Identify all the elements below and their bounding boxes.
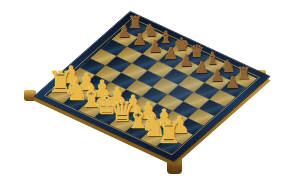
piece-bp-d7[interactable]: ♟ [179,53,194,70]
piece-bp-g7[interactable]: ♟ [132,32,147,49]
piece-bp-h7[interactable]: ♟ [117,24,132,41]
piece-bp-f7[interactable]: ♟ [148,39,163,56]
chess-set-photo: ♜♞♝♚♛♝♞♜♟♟♟♟♟♟♟♟♟♟♟♟♟♟♟♟♜♞♝♚♛♝♞♜ [0,0,290,194]
piece-wr-a1[interactable]: ♜ [156,119,182,148]
piece-bp-e7[interactable]: ♟ [163,46,178,63]
piece-bp-a7[interactable]: ♟ [225,75,240,92]
piece-bp-c7[interactable]: ♟ [194,60,209,77]
piece-bp-b7[interactable]: ♟ [210,68,225,85]
